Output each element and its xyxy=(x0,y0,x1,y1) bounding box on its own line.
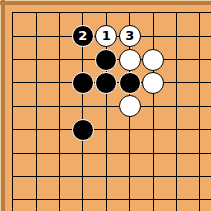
black-stone-move-2: 2 xyxy=(72,25,94,47)
grid-line-vertical xyxy=(176,12,177,211)
grid-line-horizontal xyxy=(12,199,211,200)
grid-line-vertical xyxy=(59,12,60,211)
white-stone-move-3: 3 xyxy=(119,25,141,47)
white-stone xyxy=(119,49,141,71)
grid-line-horizontal xyxy=(12,153,211,154)
grid-line-vertical xyxy=(12,12,13,211)
white-stone xyxy=(142,72,164,94)
move-number-label: 1 xyxy=(102,28,111,43)
move-number-label: 3 xyxy=(125,28,134,43)
black-stone xyxy=(72,72,94,94)
black-stone xyxy=(119,72,141,94)
black-stone xyxy=(72,119,94,141)
move-number-label: 2 xyxy=(78,28,87,43)
go-diagram: 213 xyxy=(0,0,211,211)
white-stone xyxy=(119,95,141,117)
grid-line-vertical xyxy=(36,12,37,211)
black-stone xyxy=(95,49,117,71)
grid-line-vertical xyxy=(153,12,154,211)
white-stone xyxy=(142,49,164,71)
grid-line-vertical xyxy=(199,12,200,211)
grid-line-horizontal xyxy=(12,176,211,177)
grid-line-horizontal xyxy=(12,129,211,130)
grid-line-horizontal xyxy=(12,106,211,107)
grid-line-horizontal xyxy=(12,12,211,13)
